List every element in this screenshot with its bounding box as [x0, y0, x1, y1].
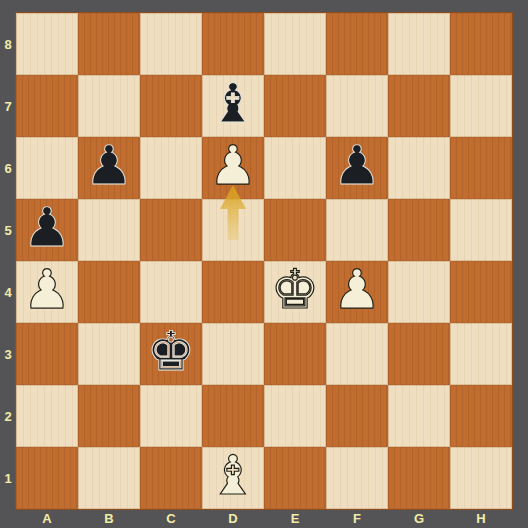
piece-black-king-c3[interactable]: ♚ — [147, 321, 195, 383]
square-d6[interactable]: ♟ — [202, 137, 264, 199]
square-a6[interactable] — [16, 137, 78, 199]
square-g5[interactable] — [388, 199, 450, 261]
square-e3[interactable] — [264, 323, 326, 385]
rank-label-3: 3 — [0, 323, 16, 385]
square-a3[interactable] — [16, 323, 78, 385]
square-f1[interactable] — [326, 447, 388, 509]
piece-black-pawn-b6[interactable]: ♟ — [85, 135, 133, 197]
square-d5[interactable] — [202, 199, 264, 261]
square-h1[interactable] — [450, 447, 512, 509]
square-b4[interactable] — [78, 261, 140, 323]
square-f2[interactable] — [326, 385, 388, 447]
square-b7[interactable] — [78, 75, 140, 137]
square-a1[interactable] — [16, 447, 78, 509]
square-g6[interactable] — [388, 137, 450, 199]
square-c7[interactable] — [140, 75, 202, 137]
square-d3[interactable] — [202, 323, 264, 385]
piece-black-pawn-f6[interactable]: ♟ — [333, 135, 381, 197]
square-a4[interactable]: ♟ — [16, 261, 78, 323]
square-b3[interactable] — [78, 323, 140, 385]
square-b8[interactable] — [78, 13, 140, 75]
rank-label-4: 4 — [0, 261, 16, 323]
square-f4[interactable]: ♟ — [326, 261, 388, 323]
square-d4[interactable] — [202, 261, 264, 323]
square-d8[interactable] — [202, 13, 264, 75]
rank-label-8: 8 — [0, 13, 16, 75]
square-g1[interactable] — [388, 447, 450, 509]
square-g4[interactable] — [388, 261, 450, 323]
file-label-d: D — [202, 509, 264, 528]
rank-label-6: 6 — [0, 137, 16, 199]
square-e6[interactable] — [264, 137, 326, 199]
rank-labels: 8 7 6 5 4 3 2 1 — [0, 13, 16, 509]
square-a7[interactable] — [16, 75, 78, 137]
square-c5[interactable] — [140, 199, 202, 261]
file-label-f: F — [326, 509, 388, 528]
square-c8[interactable] — [140, 13, 202, 75]
file-label-b: B — [78, 509, 140, 528]
square-c4[interactable] — [140, 261, 202, 323]
square-g2[interactable] — [388, 385, 450, 447]
square-e2[interactable] — [264, 385, 326, 447]
chess-board: ♝♟♟♟♟♟♚♟♚♝ — [16, 13, 512, 509]
square-b5[interactable] — [78, 199, 140, 261]
square-a5[interactable]: ♟ — [16, 199, 78, 261]
square-f8[interactable] — [326, 13, 388, 75]
file-label-e: E — [264, 509, 326, 528]
square-b2[interactable] — [78, 385, 140, 447]
square-c1[interactable] — [140, 447, 202, 509]
piece-black-pawn-a5[interactable]: ♟ — [23, 197, 71, 259]
square-d1[interactable]: ♝ — [202, 447, 264, 509]
square-b1[interactable] — [78, 447, 140, 509]
square-h5[interactable] — [450, 199, 512, 261]
square-e1[interactable] — [264, 447, 326, 509]
square-b6[interactable]: ♟ — [78, 137, 140, 199]
square-d2[interactable] — [202, 385, 264, 447]
file-label-a: A — [16, 509, 78, 528]
square-c2[interactable] — [140, 385, 202, 447]
rank-label-5: 5 — [0, 199, 16, 261]
square-h8[interactable] — [450, 13, 512, 75]
square-f7[interactable] — [326, 75, 388, 137]
rank-label-2: 2 — [0, 385, 16, 447]
square-h7[interactable] — [450, 75, 512, 137]
square-g8[interactable] — [388, 13, 450, 75]
square-a2[interactable] — [16, 385, 78, 447]
square-e4[interactable]: ♚ — [264, 261, 326, 323]
file-label-c: C — [140, 509, 202, 528]
square-e5[interactable] — [264, 199, 326, 261]
square-g7[interactable] — [388, 75, 450, 137]
square-c6[interactable] — [140, 137, 202, 199]
rank-label-7: 7 — [0, 75, 16, 137]
piece-white-pawn-d6[interactable]: ♟ — [209, 135, 257, 197]
file-label-h: H — [450, 509, 512, 528]
square-a8[interactable] — [16, 13, 78, 75]
piece-black-bishop-d7[interactable]: ♝ — [209, 73, 257, 135]
rank-label-1: 1 — [0, 447, 16, 509]
file-labels: A B C D E F G H — [16, 509, 512, 528]
file-label-g: G — [388, 509, 450, 528]
square-c3[interactable]: ♚ — [140, 323, 202, 385]
piece-white-bishop-d1[interactable]: ♝ — [209, 445, 257, 507]
piece-white-pawn-f4[interactable]: ♟ — [333, 259, 381, 321]
square-e8[interactable] — [264, 13, 326, 75]
square-f3[interactable] — [326, 323, 388, 385]
square-f6[interactable]: ♟ — [326, 137, 388, 199]
square-h3[interactable] — [450, 323, 512, 385]
square-f5[interactable] — [326, 199, 388, 261]
square-h2[interactable] — [450, 385, 512, 447]
square-h4[interactable] — [450, 261, 512, 323]
square-d7[interactable]: ♝ — [202, 75, 264, 137]
square-e7[interactable] — [264, 75, 326, 137]
piece-white-king-e4[interactable]: ♚ — [271, 259, 319, 321]
square-h6[interactable] — [450, 137, 512, 199]
piece-white-pawn-a4[interactable]: ♟ — [23, 259, 71, 321]
square-g3[interactable] — [388, 323, 450, 385]
